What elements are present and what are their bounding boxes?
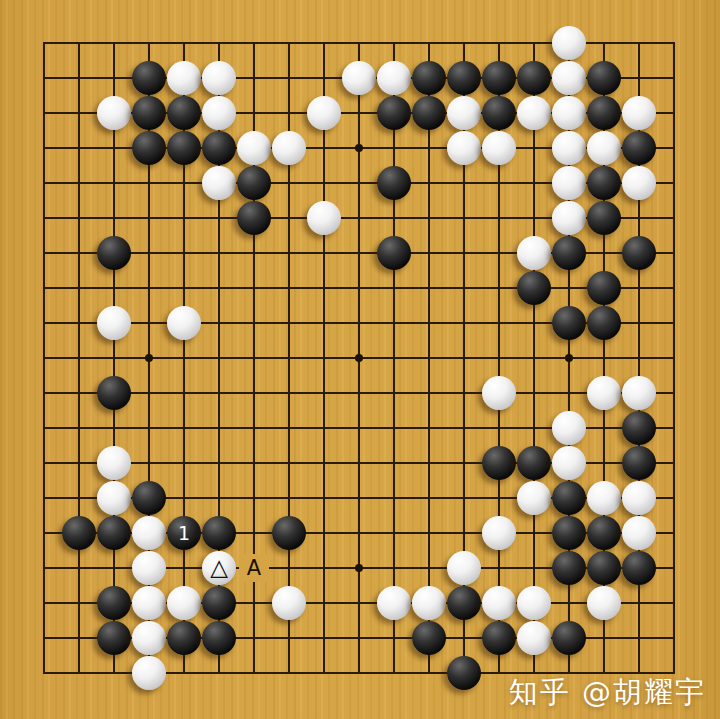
white-stone xyxy=(552,411,586,445)
white-stone xyxy=(97,481,131,515)
black-stone xyxy=(132,96,166,130)
white-stone xyxy=(587,481,621,515)
black-stone xyxy=(587,271,621,305)
black-stone xyxy=(412,621,446,655)
white-stone xyxy=(132,516,166,550)
white-stone xyxy=(517,586,551,620)
white-stone xyxy=(552,166,586,200)
white-stone: △ xyxy=(202,551,236,585)
black-stone xyxy=(587,96,621,130)
black-stone xyxy=(587,306,621,340)
black-stone xyxy=(132,61,166,95)
white-stone xyxy=(307,201,341,235)
white-stone xyxy=(202,61,236,95)
white-stone xyxy=(272,131,306,165)
white-stone xyxy=(342,61,376,95)
black-stone xyxy=(272,516,306,550)
black-stone xyxy=(97,376,131,410)
white-stone xyxy=(552,131,586,165)
go-diagram-screenshot: 1△A 知乎 @胡耀宇 xyxy=(0,0,720,719)
black-stone xyxy=(482,446,516,480)
grid-line-vertical xyxy=(533,42,535,674)
white-stone xyxy=(447,131,481,165)
grid-line-vertical xyxy=(673,42,675,674)
white-stone xyxy=(237,131,271,165)
white-stone xyxy=(622,516,656,550)
white-stone xyxy=(482,376,516,410)
white-stone xyxy=(377,61,411,95)
black-stone xyxy=(377,166,411,200)
white-stone xyxy=(377,586,411,620)
black-stone xyxy=(517,446,551,480)
black-stone xyxy=(482,96,516,130)
point-label: A xyxy=(239,554,269,582)
star-point xyxy=(145,354,153,362)
white-stone xyxy=(167,61,201,95)
white-stone xyxy=(552,201,586,235)
black-stone xyxy=(482,621,516,655)
white-stone xyxy=(272,586,306,620)
black-stone xyxy=(622,236,656,270)
black-stone xyxy=(377,236,411,270)
black-stone xyxy=(447,656,481,690)
black-stone xyxy=(482,61,516,95)
black-stone xyxy=(587,516,621,550)
black-stone xyxy=(622,411,656,445)
black-stone xyxy=(202,621,236,655)
white-stone xyxy=(167,306,201,340)
grid-line-vertical xyxy=(393,42,395,674)
black-stone xyxy=(377,96,411,130)
black-stone xyxy=(552,551,586,585)
black-stone xyxy=(202,131,236,165)
black-stone xyxy=(622,131,656,165)
black-stone xyxy=(237,166,271,200)
white-stone xyxy=(412,586,446,620)
black-stone xyxy=(587,551,621,585)
black-stone xyxy=(167,621,201,655)
black-stone xyxy=(97,236,131,270)
white-stone xyxy=(447,96,481,130)
black-stone xyxy=(622,551,656,585)
black-stone xyxy=(202,586,236,620)
white-stone xyxy=(132,621,166,655)
black-stone xyxy=(587,166,621,200)
star-point xyxy=(565,354,573,362)
white-stone xyxy=(622,376,656,410)
black-stone xyxy=(97,586,131,620)
white-stone xyxy=(97,96,131,130)
black-stone xyxy=(237,201,271,235)
black-stone xyxy=(517,271,551,305)
white-stone xyxy=(517,481,551,515)
black-stone xyxy=(552,481,586,515)
white-stone xyxy=(552,446,586,480)
white-stone xyxy=(447,551,481,585)
black-stone xyxy=(552,236,586,270)
white-stone xyxy=(132,551,166,585)
white-stone xyxy=(307,96,341,130)
star-point xyxy=(355,564,363,572)
white-stone xyxy=(587,586,621,620)
black-stone xyxy=(132,481,166,515)
white-stone xyxy=(517,236,551,270)
black-stone xyxy=(447,586,481,620)
black-stone xyxy=(517,61,551,95)
white-stone xyxy=(97,306,131,340)
white-stone xyxy=(202,96,236,130)
white-stone xyxy=(622,166,656,200)
white-stone xyxy=(517,621,551,655)
grid-line-vertical xyxy=(428,42,430,674)
white-stone xyxy=(482,131,516,165)
black-stone xyxy=(552,621,586,655)
black-stone: 1 xyxy=(167,516,201,550)
white-stone xyxy=(552,96,586,130)
black-stone xyxy=(97,621,131,655)
black-stone xyxy=(202,516,236,550)
white-stone xyxy=(587,131,621,165)
black-stone xyxy=(167,131,201,165)
white-stone xyxy=(132,656,166,690)
white-stone xyxy=(202,166,236,200)
black-stone xyxy=(62,516,96,550)
watermark: 知乎 @胡耀宇 xyxy=(509,673,706,713)
black-stone xyxy=(447,61,481,95)
star-point xyxy=(355,354,363,362)
black-stone xyxy=(552,516,586,550)
white-stone xyxy=(622,481,656,515)
white-stone xyxy=(587,376,621,410)
black-stone xyxy=(412,61,446,95)
white-stone xyxy=(482,586,516,620)
black-stone xyxy=(587,201,621,235)
white-stone xyxy=(132,586,166,620)
black-stone xyxy=(552,306,586,340)
white-stone xyxy=(97,446,131,480)
white-stone xyxy=(482,516,516,550)
black-stone xyxy=(132,131,166,165)
black-stone xyxy=(587,61,621,95)
white-stone xyxy=(552,61,586,95)
black-stone xyxy=(97,516,131,550)
white-stone xyxy=(167,586,201,620)
grid-line-horizontal xyxy=(43,392,675,394)
black-stone xyxy=(167,96,201,130)
star-point xyxy=(355,144,363,152)
black-stone xyxy=(412,96,446,130)
triangle-marker: △ xyxy=(202,551,236,585)
move-number-label: 1 xyxy=(167,516,201,550)
white-stone xyxy=(517,96,551,130)
white-stone xyxy=(622,96,656,130)
white-stone xyxy=(552,26,586,60)
black-stone xyxy=(622,446,656,480)
